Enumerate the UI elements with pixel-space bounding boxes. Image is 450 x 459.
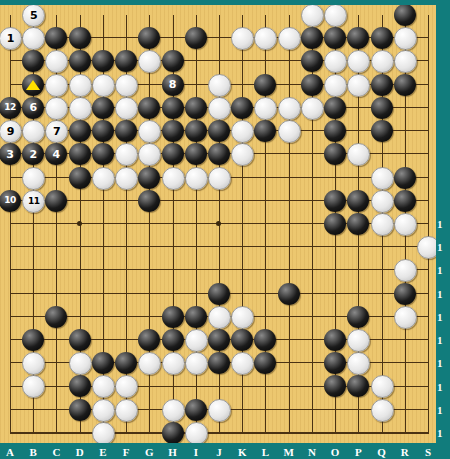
board-intersection[interactable] — [370, 236, 393, 259]
board-intersection[interactable] — [300, 96, 323, 119]
board-intersection[interactable] — [68, 375, 91, 398]
white-stone[interactable] — [162, 352, 185, 375]
board-intersection[interactable] — [370, 375, 393, 398]
board-intersection[interactable] — [231, 96, 254, 119]
board-intersection[interactable] — [300, 259, 323, 282]
board-intersection[interactable]: 5 — [22, 3, 45, 26]
board-intersection[interactable] — [323, 282, 346, 305]
board-intersection[interactable] — [370, 282, 393, 305]
black-stone[interactable] — [185, 143, 207, 165]
board-intersection[interactable] — [0, 282, 22, 305]
board-intersection[interactable] — [370, 96, 393, 119]
board-intersection[interactable] — [138, 189, 161, 212]
board-intersection[interactable] — [323, 305, 346, 328]
black-stone[interactable] — [92, 50, 114, 72]
board-intersection[interactable] — [91, 421, 114, 444]
board-intersection[interactable] — [45, 282, 68, 305]
white-stone[interactable] — [231, 143, 254, 166]
board-intersection[interactable] — [45, 189, 68, 212]
white-stone[interactable] — [231, 352, 254, 375]
board-intersection[interactable] — [68, 282, 91, 305]
board-intersection[interactable] — [22, 375, 45, 398]
black-stone[interactable] — [69, 143, 91, 165]
white-stone[interactable] — [69, 97, 92, 120]
board-intersection[interactable] — [393, 375, 416, 398]
board-intersection[interactable] — [91, 189, 114, 212]
white-stone[interactable] — [278, 27, 301, 50]
board-intersection[interactable] — [114, 236, 137, 259]
board-intersection[interactable] — [393, 421, 416, 444]
board-intersection[interactable] — [0, 375, 22, 398]
board-intersection[interactable] — [68, 73, 91, 96]
white-stone[interactable] — [208, 74, 231, 97]
white-stone[interactable] — [371, 190, 394, 213]
white-stone[interactable] — [115, 143, 138, 166]
black-stone[interactable] — [394, 190, 416, 212]
board-intersection[interactable] — [0, 73, 22, 96]
board-intersection[interactable] — [114, 166, 137, 189]
white-stone[interactable] — [278, 120, 301, 143]
board-intersection[interactable] — [161, 328, 184, 351]
board-intersection[interactable] — [22, 212, 45, 235]
board-intersection[interactable]: 12 — [0, 96, 22, 119]
board-intersection[interactable] — [300, 212, 323, 235]
board-intersection[interactable] — [184, 421, 207, 444]
board-intersection[interactable] — [161, 189, 184, 212]
black-stone[interactable] — [254, 120, 276, 142]
board-intersection[interactable] — [254, 50, 277, 73]
board-intersection[interactable] — [393, 73, 416, 96]
board-intersection[interactable] — [91, 96, 114, 119]
board-intersection[interactable] — [231, 73, 254, 96]
board-intersection[interactable] — [184, 398, 207, 421]
white-stone[interactable] — [115, 167, 138, 190]
board-intersection[interactable] — [254, 305, 277, 328]
board-intersection[interactable] — [22, 259, 45, 282]
board-intersection[interactable] — [300, 119, 323, 142]
board-intersection[interactable] — [231, 3, 254, 26]
board-intersection[interactable] — [323, 96, 346, 119]
black-stone[interactable] — [69, 167, 91, 189]
black-stone[interactable] — [208, 143, 230, 165]
board-intersection[interactable] — [370, 305, 393, 328]
board-intersection[interactable] — [231, 305, 254, 328]
board-intersection[interactable] — [231, 375, 254, 398]
black-stone[interactable]: 6 — [22, 97, 44, 119]
board-intersection[interactable] — [393, 50, 416, 73]
board-intersection[interactable] — [393, 189, 416, 212]
board-intersection[interactable] — [370, 27, 393, 50]
white-stone[interactable] — [208, 399, 231, 422]
board-intersection[interactable] — [68, 328, 91, 351]
white-stone[interactable] — [92, 375, 115, 398]
board-intersection[interactable] — [370, 119, 393, 142]
board-intersection[interactable] — [114, 282, 137, 305]
board-intersection[interactable] — [370, 73, 393, 96]
board-intersection[interactable] — [184, 189, 207, 212]
board-intersection[interactable] — [231, 143, 254, 166]
board-intersection[interactable] — [300, 189, 323, 212]
board-intersection[interactable] — [277, 73, 300, 96]
board-intersection[interactable] — [347, 189, 370, 212]
board-intersection[interactable] — [207, 119, 230, 142]
black-stone[interactable] — [138, 190, 160, 212]
board-intersection[interactable] — [207, 73, 230, 96]
white-stone[interactable] — [254, 27, 277, 50]
board-intersection[interactable] — [114, 119, 137, 142]
board-intersection[interactable] — [370, 421, 393, 444]
black-stone[interactable] — [347, 27, 369, 49]
black-stone[interactable] — [324, 352, 346, 374]
white-stone[interactable] — [185, 329, 208, 352]
board-intersection[interactable] — [277, 328, 300, 351]
white-stone[interactable] — [324, 4, 347, 27]
board-intersection[interactable] — [68, 27, 91, 50]
board-intersection[interactable] — [347, 421, 370, 444]
board-intersection[interactable] — [370, 398, 393, 421]
board-intersection[interactable] — [370, 328, 393, 351]
white-stone[interactable] — [185, 167, 208, 190]
board-intersection[interactable] — [393, 398, 416, 421]
white-stone[interactable] — [45, 74, 68, 97]
white-stone[interactable]: 9 — [0, 120, 22, 143]
board-intersection[interactable] — [45, 73, 68, 96]
white-stone[interactable] — [115, 375, 138, 398]
board-intersection[interactable] — [138, 50, 161, 73]
board-intersection[interactable] — [161, 212, 184, 235]
black-stone[interactable] — [371, 97, 393, 119]
board-intersection[interactable] — [161, 3, 184, 26]
board-intersection[interactable] — [114, 328, 137, 351]
board-intersection[interactable] — [370, 50, 393, 73]
board-intersection[interactable] — [184, 166, 207, 189]
board-intersection[interactable] — [114, 259, 137, 282]
white-stone[interactable] — [69, 74, 92, 97]
board-intersection[interactable] — [22, 27, 45, 50]
board-intersection[interactable] — [370, 352, 393, 375]
board-intersection[interactable] — [184, 375, 207, 398]
board-intersection[interactable] — [300, 398, 323, 421]
board-intersection[interactable] — [91, 328, 114, 351]
board-intersection[interactable] — [68, 398, 91, 421]
board-intersection[interactable] — [68, 352, 91, 375]
board-intersection[interactable] — [207, 189, 230, 212]
board-intersection[interactable] — [207, 3, 230, 26]
black-stone[interactable] — [371, 74, 393, 96]
board-intersection[interactable] — [68, 96, 91, 119]
board-intersection[interactable] — [347, 305, 370, 328]
board-intersection[interactable] — [114, 421, 137, 444]
board-intersection[interactable] — [161, 119, 184, 142]
board-intersection[interactable]: 6 — [22, 96, 45, 119]
white-stone[interactable] — [208, 167, 231, 190]
board-intersection[interactable] — [393, 305, 416, 328]
black-stone[interactable] — [324, 213, 346, 235]
white-stone[interactable] — [138, 120, 161, 143]
board-intersection[interactable] — [300, 421, 323, 444]
board-intersection[interactable] — [231, 421, 254, 444]
board-intersection[interactable] — [22, 352, 45, 375]
board-intersection[interactable] — [114, 96, 137, 119]
board-intersection[interactable] — [277, 236, 300, 259]
black-stone[interactable]: 4 — [45, 143, 67, 165]
board-intersection[interactable] — [323, 189, 346, 212]
board-intersection[interactable] — [254, 236, 277, 259]
board-intersection[interactable] — [68, 166, 91, 189]
board-intersection[interactable] — [184, 27, 207, 50]
board-intersection[interactable] — [184, 50, 207, 73]
board-intersection[interactable] — [114, 50, 137, 73]
board-intersection[interactable] — [393, 166, 416, 189]
board-intersection[interactable] — [161, 236, 184, 259]
black-stone[interactable] — [138, 329, 160, 351]
board-intersection[interactable] — [347, 236, 370, 259]
board-intersection[interactable]: 2 — [22, 143, 45, 166]
board-intersection[interactable] — [45, 305, 68, 328]
white-stone[interactable] — [22, 352, 45, 375]
board-intersection[interactable] — [254, 166, 277, 189]
board-intersection[interactable] — [161, 305, 184, 328]
board-intersection[interactable] — [300, 166, 323, 189]
board-intersection[interactable] — [161, 27, 184, 50]
board-intersection[interactable] — [45, 212, 68, 235]
black-stone[interactable] — [324, 120, 346, 142]
board-intersection[interactable] — [207, 236, 230, 259]
board-intersection[interactable] — [22, 119, 45, 142]
board-intersection[interactable] — [68, 212, 91, 235]
white-stone[interactable] — [347, 74, 370, 97]
board-intersection[interactable] — [184, 328, 207, 351]
white-stone[interactable] — [394, 50, 417, 73]
board-intersection[interactable] — [300, 352, 323, 375]
black-stone[interactable]: 8 — [162, 74, 184, 96]
board-intersection[interactable] — [277, 398, 300, 421]
board-intersection[interactable] — [114, 375, 137, 398]
board-intersection[interactable] — [323, 259, 346, 282]
white-stone[interactable] — [22, 120, 45, 143]
white-stone[interactable] — [138, 143, 161, 166]
black-stone[interactable] — [92, 352, 114, 374]
board-intersection[interactable] — [277, 212, 300, 235]
board-intersection[interactable] — [207, 27, 230, 50]
black-stone[interactable] — [92, 120, 114, 142]
black-stone[interactable] — [69, 329, 91, 351]
board-intersection[interactable] — [22, 236, 45, 259]
white-stone[interactable] — [138, 50, 161, 73]
board-intersection[interactable] — [114, 73, 137, 96]
board-intersection[interactable] — [347, 50, 370, 73]
board-intersection[interactable] — [184, 3, 207, 26]
black-stone[interactable] — [231, 329, 253, 351]
board-intersection[interactable] — [207, 375, 230, 398]
board-intersection[interactable] — [254, 143, 277, 166]
board-intersection[interactable] — [347, 96, 370, 119]
black-stone[interactable] — [278, 283, 300, 305]
board-intersection[interactable] — [231, 50, 254, 73]
white-stone[interactable] — [22, 375, 45, 398]
board-intersection[interactable] — [138, 236, 161, 259]
board-intersection[interactable] — [347, 166, 370, 189]
board-intersection[interactable] — [207, 282, 230, 305]
board-intersection[interactable] — [347, 27, 370, 50]
black-stone[interactable] — [371, 120, 393, 142]
board-intersection[interactable] — [254, 27, 277, 50]
board-intersection[interactable] — [277, 259, 300, 282]
black-stone[interactable] — [138, 97, 160, 119]
board-intersection[interactable] — [45, 375, 68, 398]
black-stone[interactable] — [324, 97, 346, 119]
board-intersection[interactable] — [323, 50, 346, 73]
board-intersection[interactable] — [114, 27, 137, 50]
white-stone[interactable]: 11 — [22, 190, 45, 213]
board-intersection[interactable] — [45, 50, 68, 73]
black-stone[interactable] — [301, 74, 323, 96]
board-intersection[interactable] — [184, 119, 207, 142]
board-intersection[interactable]: 11 — [22, 189, 45, 212]
white-stone[interactable] — [278, 97, 301, 120]
board-intersection[interactable] — [393, 96, 416, 119]
board-intersection[interactable] — [184, 73, 207, 96]
board-intersection[interactable] — [45, 3, 68, 26]
board-intersection[interactable] — [300, 328, 323, 351]
board-intersection[interactable] — [22, 282, 45, 305]
board-intersection[interactable] — [138, 305, 161, 328]
board-intersection[interactable] — [254, 73, 277, 96]
black-stone[interactable] — [22, 329, 44, 351]
board-intersection[interactable] — [277, 352, 300, 375]
board-intersection[interactable] — [231, 27, 254, 50]
black-stone[interactable]: 12 — [0, 97, 21, 119]
board-intersection[interactable] — [0, 328, 22, 351]
board-intersection[interactable] — [138, 212, 161, 235]
black-stone[interactable] — [254, 74, 276, 96]
board-intersection[interactable] — [68, 236, 91, 259]
black-stone[interactable] — [138, 27, 160, 49]
white-stone[interactable] — [371, 375, 394, 398]
board-intersection[interactable] — [22, 305, 45, 328]
white-stone[interactable] — [301, 97, 324, 120]
board-intersection[interactable] — [91, 259, 114, 282]
white-stone[interactable] — [115, 97, 138, 120]
board-intersection[interactable] — [91, 398, 114, 421]
black-stone[interactable] — [208, 120, 230, 142]
white-stone[interactable]: 7 — [45, 120, 68, 143]
board-intersection[interactable] — [370, 212, 393, 235]
black-stone[interactable] — [69, 27, 91, 49]
board-intersection[interactable] — [45, 328, 68, 351]
black-stone[interactable] — [324, 190, 346, 212]
board-intersection[interactable] — [207, 421, 230, 444]
board-intersection[interactable] — [138, 421, 161, 444]
white-stone[interactable] — [45, 97, 68, 120]
black-stone[interactable] — [301, 50, 323, 72]
board-intersection[interactable] — [22, 166, 45, 189]
board-intersection[interactable] — [347, 73, 370, 96]
white-stone[interactable] — [347, 143, 370, 166]
board-intersection[interactable] — [114, 189, 137, 212]
board-intersection[interactable] — [323, 236, 346, 259]
white-stone[interactable] — [347, 329, 370, 352]
board-intersection[interactable] — [254, 189, 277, 212]
board-intersection[interactable] — [22, 398, 45, 421]
white-stone[interactable] — [324, 74, 347, 97]
board-intersection[interactable] — [45, 236, 68, 259]
board-intersection[interactable] — [323, 328, 346, 351]
board-intersection[interactable] — [323, 352, 346, 375]
board-intersection[interactable] — [91, 119, 114, 142]
board-intersection[interactable] — [323, 143, 346, 166]
black-stone[interactable] — [394, 283, 416, 305]
board-intersection[interactable] — [323, 73, 346, 96]
board-intersection[interactable] — [254, 375, 277, 398]
board-intersection[interactable] — [114, 398, 137, 421]
board-intersection[interactable] — [184, 212, 207, 235]
black-stone[interactable] — [69, 50, 91, 72]
board-intersection[interactable] — [207, 305, 230, 328]
board-intersection[interactable] — [68, 421, 91, 444]
board-intersection[interactable] — [207, 166, 230, 189]
board-intersection[interactable] — [45, 259, 68, 282]
board-intersection[interactable] — [277, 189, 300, 212]
board-intersection[interactable] — [347, 259, 370, 282]
black-stone[interactable] — [324, 143, 346, 165]
board-intersection[interactable] — [68, 189, 91, 212]
board-intersection[interactable] — [231, 352, 254, 375]
board-intersection[interactable] — [254, 421, 277, 444]
board-intersection[interactable] — [207, 398, 230, 421]
board-intersection[interactable] — [323, 375, 346, 398]
board-intersection[interactable] — [0, 212, 22, 235]
board-intersection[interactable] — [138, 352, 161, 375]
board-intersection[interactable] — [161, 143, 184, 166]
board-intersection[interactable] — [347, 398, 370, 421]
white-stone[interactable] — [347, 50, 370, 73]
board-intersection[interactable] — [161, 166, 184, 189]
black-stone[interactable] — [394, 74, 416, 96]
board-intersection[interactable] — [207, 352, 230, 375]
board-intersection[interactable] — [68, 259, 91, 282]
white-stone[interactable] — [69, 352, 92, 375]
black-stone[interactable] — [324, 27, 346, 49]
black-stone[interactable] — [324, 375, 346, 397]
black-stone[interactable] — [254, 329, 276, 351]
board-intersection[interactable] — [300, 73, 323, 96]
board-intersection[interactable] — [254, 96, 277, 119]
board-intersection[interactable] — [161, 259, 184, 282]
black-stone[interactable] — [162, 97, 184, 119]
board-intersection[interactable] — [22, 73, 45, 96]
board-intersection[interactable] — [138, 96, 161, 119]
board-intersection[interactable] — [323, 3, 346, 26]
black-stone[interactable] — [92, 143, 114, 165]
black-stone[interactable] — [371, 27, 393, 49]
board-intersection[interactable] — [138, 375, 161, 398]
white-stone[interactable]: 1 — [0, 27, 22, 50]
board-intersection[interactable] — [300, 305, 323, 328]
board-intersection[interactable] — [91, 236, 114, 259]
board-intersection[interactable] — [45, 96, 68, 119]
board-intersection[interactable] — [231, 166, 254, 189]
board-intersection[interactable] — [161, 375, 184, 398]
board-intersection[interactable] — [370, 259, 393, 282]
board-intersection[interactable] — [138, 3, 161, 26]
board-intersection[interactable] — [184, 352, 207, 375]
white-stone[interactable] — [231, 306, 254, 329]
board-intersection[interactable] — [0, 236, 22, 259]
board-intersection[interactable] — [370, 3, 393, 26]
board-intersection[interactable] — [45, 27, 68, 50]
black-stone[interactable] — [69, 375, 91, 397]
